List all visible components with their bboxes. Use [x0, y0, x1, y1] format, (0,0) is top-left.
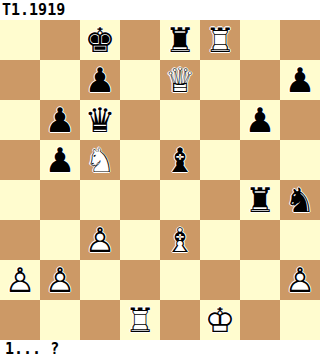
square-b4[interactable] — [40, 180, 80, 220]
piece-black-rook: ♜ — [240, 180, 280, 220]
piece-white-pawn: ♙ — [0, 260, 40, 300]
square-h4[interactable]: ♞ — [280, 180, 320, 220]
square-e8[interactable]: ♜ — [160, 20, 200, 60]
square-d2[interactable] — [120, 260, 160, 300]
piece-black-pawn: ♟ — [80, 60, 120, 100]
piece-white-rook: ♖ — [120, 300, 160, 340]
square-h7[interactable]: ♟ — [280, 60, 320, 100]
square-c6[interactable]: ♛ — [80, 100, 120, 140]
square-e2[interactable] — [160, 260, 200, 300]
square-h8[interactable] — [280, 20, 320, 60]
square-f2[interactable] — [200, 260, 240, 300]
piece-black-pawn: ♟ — [40, 100, 80, 140]
chess-board: ♚♜♜♖♟♛♕♟♟♛♟♟♞♘♝♜♞♟♙♝♗♟♙♟♙♟♙♜♖♚♔ — [0, 20, 320, 340]
square-b8[interactable] — [40, 20, 80, 60]
piece-black-pawn: ♟ — [240, 100, 280, 140]
square-f1[interactable]: ♚♔ — [200, 300, 240, 340]
square-b6[interactable]: ♟ — [40, 100, 80, 140]
square-g3[interactable] — [240, 220, 280, 260]
piece-black-pawn: ♟ — [40, 140, 80, 180]
square-b2[interactable]: ♟♙ — [40, 260, 80, 300]
square-h1[interactable] — [280, 300, 320, 340]
square-c4[interactable] — [80, 180, 120, 220]
square-e6[interactable] — [160, 100, 200, 140]
piece-white-bishop: ♗ — [160, 220, 200, 260]
piece-black-pawn: ♟ — [280, 60, 320, 100]
square-c3[interactable]: ♟♙ — [80, 220, 120, 260]
piece-black-queen: ♛ — [80, 100, 120, 140]
piece-white-knight: ♘ — [80, 140, 120, 180]
square-a7[interactable] — [0, 60, 40, 100]
square-d5[interactable] — [120, 140, 160, 180]
square-d4[interactable] — [120, 180, 160, 220]
square-h3[interactable] — [280, 220, 320, 260]
square-h2[interactable]: ♟♙ — [280, 260, 320, 300]
square-a4[interactable] — [0, 180, 40, 220]
square-f5[interactable] — [200, 140, 240, 180]
square-a3[interactable] — [0, 220, 40, 260]
square-g8[interactable] — [240, 20, 280, 60]
square-g4[interactable]: ♜ — [240, 180, 280, 220]
square-d6[interactable] — [120, 100, 160, 140]
square-a1[interactable] — [0, 300, 40, 340]
square-g1[interactable] — [240, 300, 280, 340]
square-g7[interactable] — [240, 60, 280, 100]
square-f3[interactable] — [200, 220, 240, 260]
piece-white-king: ♔ — [200, 300, 240, 340]
piece-white-pawn: ♙ — [80, 220, 120, 260]
diagram-title: T1.1919 — [2, 1, 65, 19]
square-b1[interactable] — [40, 300, 80, 340]
square-f4[interactable] — [200, 180, 240, 220]
piece-white-queen: ♕ — [160, 60, 200, 100]
piece-black-bishop: ♝ — [160, 140, 200, 180]
piece-white-rook: ♖ — [200, 20, 240, 60]
square-h5[interactable] — [280, 140, 320, 180]
square-b3[interactable] — [40, 220, 80, 260]
piece-black-rook: ♜ — [160, 20, 200, 60]
square-b5[interactable]: ♟ — [40, 140, 80, 180]
square-c2[interactable] — [80, 260, 120, 300]
piece-white-pawn: ♙ — [40, 260, 80, 300]
square-e7[interactable]: ♛♕ — [160, 60, 200, 100]
square-f6[interactable] — [200, 100, 240, 140]
square-e1[interactable] — [160, 300, 200, 340]
square-a6[interactable] — [0, 100, 40, 140]
square-g6[interactable]: ♟ — [240, 100, 280, 140]
square-f7[interactable] — [200, 60, 240, 100]
square-c5[interactable]: ♞♘ — [80, 140, 120, 180]
square-a2[interactable]: ♟♙ — [0, 260, 40, 300]
piece-black-knight: ♞ — [280, 180, 320, 220]
square-d8[interactable] — [120, 20, 160, 60]
piece-black-king: ♚ — [80, 20, 120, 60]
square-c7[interactable]: ♟ — [80, 60, 120, 100]
square-e4[interactable] — [160, 180, 200, 220]
square-b7[interactable] — [40, 60, 80, 100]
square-d1[interactable]: ♜♖ — [120, 300, 160, 340]
square-a8[interactable] — [0, 20, 40, 60]
square-e3[interactable]: ♝♗ — [160, 220, 200, 260]
square-d3[interactable] — [120, 220, 160, 260]
square-c8[interactable]: ♚ — [80, 20, 120, 60]
square-g5[interactable] — [240, 140, 280, 180]
square-c1[interactable] — [80, 300, 120, 340]
piece-white-pawn: ♙ — [280, 260, 320, 300]
square-e5[interactable]: ♝ — [160, 140, 200, 180]
square-a5[interactable] — [0, 140, 40, 180]
square-h6[interactable] — [280, 100, 320, 140]
square-f8[interactable]: ♜♖ — [200, 20, 240, 60]
square-d7[interactable] — [120, 60, 160, 100]
square-g2[interactable] — [240, 260, 280, 300]
move-prompt: 1... ? — [5, 340, 59, 358]
